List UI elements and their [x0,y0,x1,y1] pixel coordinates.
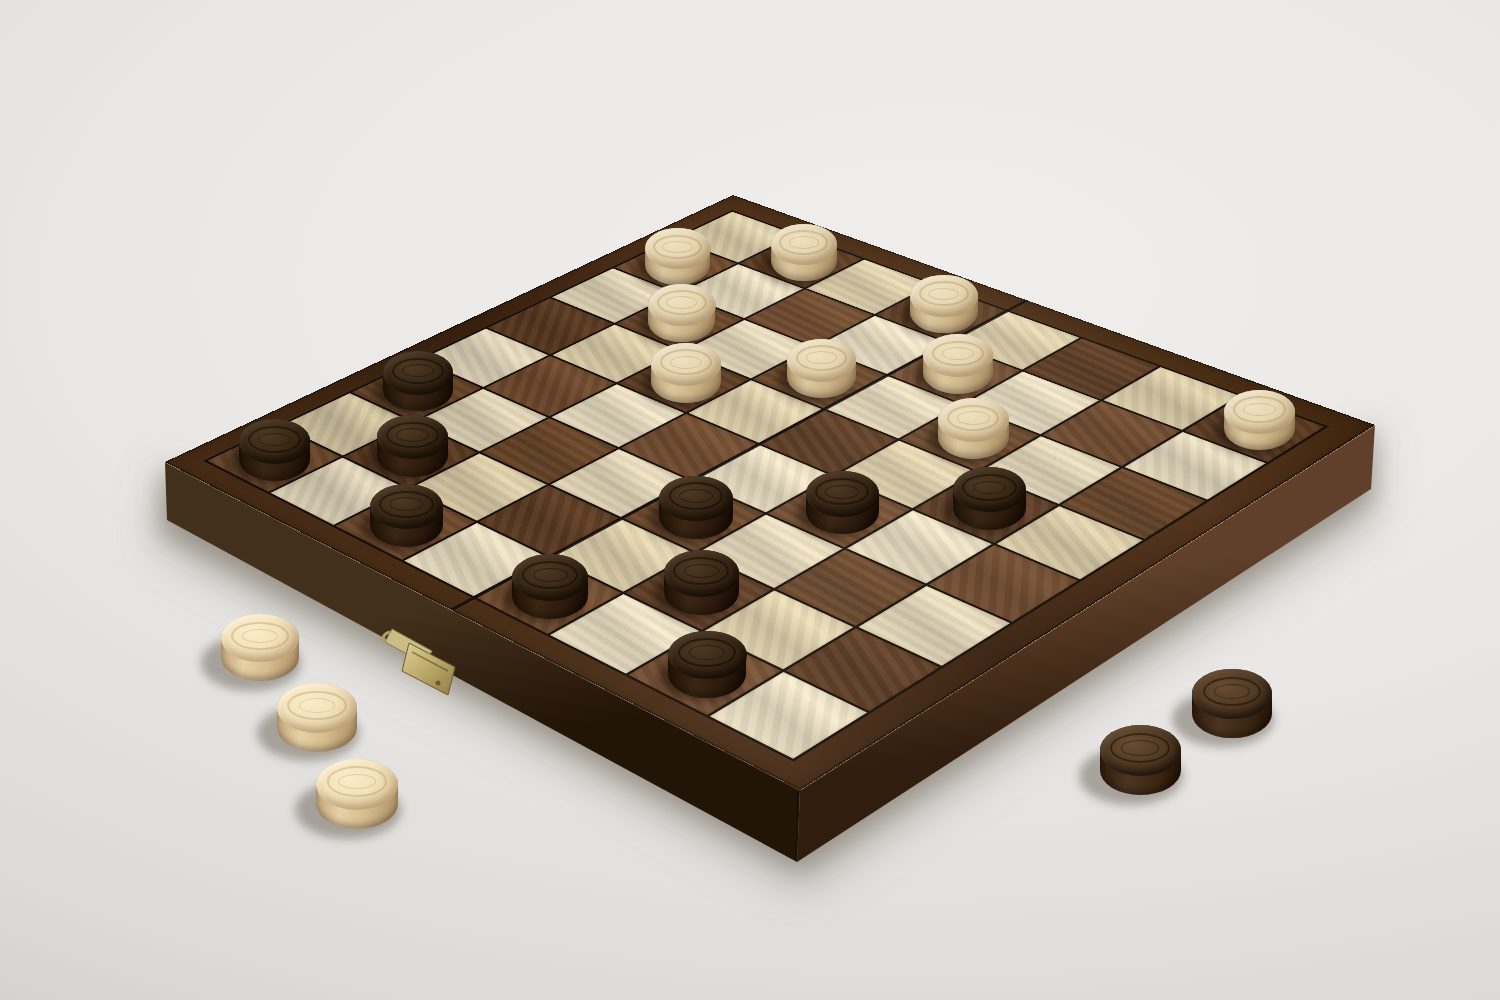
light-piece-c7r1[interactable] [645,228,711,285]
dark-piece-c2r2[interactable] [377,415,449,477]
dark-piece-c1r7[interactable] [668,631,746,698]
off-board-dark-piece-1[interactable] [1192,669,1271,737]
light-piece-c8r4[interactable] [910,275,977,333]
light-piece-c7r5[interactable] [923,334,992,394]
dark-piece-c3r5[interactable] [659,476,733,539]
light-piece-c5r3[interactable] [651,343,720,403]
off-board-light-piece-2[interactable] [277,683,357,752]
off-board-light-piece-1[interactable] [221,614,299,681]
off-board-dark-piece-2[interactable] [1100,725,1181,795]
dark-piece-c5r7[interactable] [953,467,1026,530]
light-piece-c8r8[interactable] [1224,390,1295,451]
off-board-light-piece-3[interactable] [316,759,398,830]
light-piece-c6r2[interactable] [648,284,716,342]
dark-piece-c3r1[interactable] [383,351,453,411]
dark-piece-c1r1[interactable] [239,419,311,481]
light-piece-c6r6[interactable] [938,398,1009,459]
light-piece-c6r4[interactable] [787,339,856,399]
dark-piece-c2r6[interactable] [664,550,740,615]
light-piece-c8r2[interactable] [771,224,837,281]
dark-piece-c1r5[interactable] [512,554,588,619]
dark-piece-c4r6[interactable] [806,471,879,534]
dark-piece-c1r3[interactable] [370,484,444,547]
scene [0,0,1500,1000]
